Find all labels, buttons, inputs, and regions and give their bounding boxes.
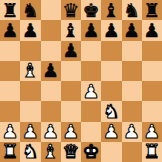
square-d3[interactable]	[61, 101, 81, 121]
white-knight-f3[interactable]: ♞	[103, 101, 120, 120]
square-g5[interactable]	[122, 61, 142, 81]
white-rook-a1[interactable]: ♜	[2, 142, 19, 161]
square-b2[interactable]: ♟	[20, 122, 40, 142]
square-a1[interactable]: ♜	[0, 142, 20, 162]
square-g3[interactable]	[122, 101, 142, 121]
white-pawn-b2[interactable]: ♟	[22, 122, 39, 141]
square-b3[interactable]	[20, 101, 40, 121]
square-f3[interactable]: ♞	[101, 101, 121, 121]
square-a6[interactable]	[0, 41, 20, 61]
black-bishop-f8[interactable]: ♝	[103, 0, 120, 19]
square-b8[interactable]: ♞	[20, 0, 40, 20]
square-f6[interactable]	[101, 41, 121, 61]
square-a3[interactable]	[0, 101, 20, 121]
black-king-e8[interactable]: ♚	[83, 0, 100, 19]
square-b6[interactable]	[20, 41, 40, 61]
square-c1[interactable]: ♝	[41, 142, 61, 162]
square-f4[interactable]	[101, 81, 121, 101]
square-g1[interactable]	[122, 142, 142, 162]
black-pawn-c5[interactable]: ♟	[42, 61, 59, 80]
square-g4[interactable]	[122, 81, 142, 101]
square-d7[interactable]: ♝	[61, 20, 81, 40]
square-b7[interactable]: ♟	[20, 20, 40, 40]
square-h8[interactable]: ♜	[142, 0, 162, 20]
square-f5[interactable]	[101, 61, 121, 81]
chess-board-wrap: ♜♞♛♚♝♞♜♟♟♝♟♟♟♟♟♝♟♟♞♟♟♟♟♟♟♟♜♞♝♛♚♜	[0, 0, 162, 162]
square-c4[interactable]	[41, 81, 61, 101]
square-e1[interactable]: ♚	[81, 142, 101, 162]
square-e7[interactable]: ♟	[81, 20, 101, 40]
square-a5[interactable]	[0, 61, 20, 81]
square-g7[interactable]: ♟	[122, 20, 142, 40]
black-pawn-h7[interactable]: ♟	[143, 20, 160, 39]
square-h3[interactable]	[142, 101, 162, 121]
square-h7[interactable]: ♟	[142, 20, 162, 40]
square-a7[interactable]: ♟	[0, 20, 20, 40]
white-pawn-a2[interactable]: ♟	[2, 122, 19, 141]
white-rook-h1[interactable]: ♜	[143, 142, 160, 161]
white-pawn-e4[interactable]: ♟	[83, 81, 100, 100]
square-h2[interactable]: ♟	[142, 122, 162, 142]
square-a2[interactable]: ♟	[0, 122, 20, 142]
square-a8[interactable]: ♜	[0, 0, 20, 20]
square-b5[interactable]: ♝	[20, 61, 40, 81]
square-c2[interactable]: ♟	[41, 122, 61, 142]
square-e5[interactable]	[81, 61, 101, 81]
white-pawn-g2[interactable]: ♟	[123, 122, 140, 141]
black-knight-g8[interactable]: ♞	[123, 0, 140, 19]
white-pawn-c2[interactable]: ♟	[42, 122, 59, 141]
black-pawn-e7[interactable]: ♟	[83, 20, 100, 39]
white-bishop-b5[interactable]: ♝	[22, 61, 39, 80]
black-queen-d8[interactable]: ♛	[62, 0, 79, 19]
black-pawn-b7[interactable]: ♟	[22, 20, 39, 39]
square-c7[interactable]	[41, 20, 61, 40]
square-d8[interactable]: ♛	[61, 0, 81, 20]
square-e3[interactable]	[81, 101, 101, 121]
square-g2[interactable]: ♟	[122, 122, 142, 142]
square-h6[interactable]	[142, 41, 162, 61]
white-pawn-f2[interactable]: ♟	[103, 122, 120, 141]
white-pawn-d2[interactable]: ♟	[62, 122, 79, 141]
black-pawn-d6[interactable]: ♟	[62, 41, 79, 60]
square-c8[interactable]	[41, 0, 61, 20]
white-bishop-c1[interactable]: ♝	[42, 142, 59, 161]
square-c5[interactable]: ♟	[41, 61, 61, 81]
square-h5[interactable]	[142, 61, 162, 81]
square-c3[interactable]	[41, 101, 61, 121]
black-rook-a8[interactable]: ♜	[2, 0, 19, 19]
square-b4[interactable]	[20, 81, 40, 101]
square-f7[interactable]: ♟	[101, 20, 121, 40]
square-h4[interactable]	[142, 81, 162, 101]
square-a4[interactable]	[0, 81, 20, 101]
square-h1[interactable]: ♜	[142, 142, 162, 162]
black-pawn-g7[interactable]: ♟	[123, 20, 140, 39]
square-e8[interactable]: ♚	[81, 0, 101, 20]
white-king-e1[interactable]: ♚	[83, 142, 100, 161]
black-knight-b8[interactable]: ♞	[22, 0, 39, 19]
white-knight-b1[interactable]: ♞	[22, 142, 39, 161]
chess-board: ♜♞♛♚♝♞♜♟♟♝♟♟♟♟♟♝♟♟♞♟♟♟♟♟♟♟♜♞♝♛♚♜	[0, 0, 162, 162]
square-f2[interactable]: ♟	[101, 122, 121, 142]
black-rook-h8[interactable]: ♜	[143, 0, 160, 19]
square-d2[interactable]: ♟	[61, 122, 81, 142]
black-bishop-d7[interactable]: ♝	[62, 20, 79, 39]
square-d5[interactable]	[61, 61, 81, 81]
square-e6[interactable]	[81, 41, 101, 61]
square-b1[interactable]: ♞	[20, 142, 40, 162]
square-f1[interactable]	[101, 142, 121, 162]
square-g8[interactable]: ♞	[122, 0, 142, 20]
white-pawn-h2[interactable]: ♟	[143, 122, 160, 141]
black-pawn-a7[interactable]: ♟	[2, 20, 19, 39]
square-g6[interactable]	[122, 41, 142, 61]
square-e4[interactable]: ♟	[81, 81, 101, 101]
square-d1[interactable]: ♛	[61, 142, 81, 162]
square-f8[interactable]: ♝	[101, 0, 121, 20]
square-d4[interactable]	[61, 81, 81, 101]
square-c6[interactable]	[41, 41, 61, 61]
white-queen-d1[interactable]: ♛	[62, 142, 79, 161]
square-d6[interactable]: ♟	[61, 41, 81, 61]
black-pawn-f7[interactable]: ♟	[103, 20, 120, 39]
square-e2[interactable]	[81, 122, 101, 142]
